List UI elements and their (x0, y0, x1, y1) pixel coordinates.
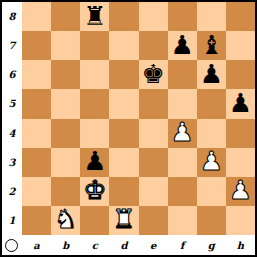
square-g3[interactable]: ♟ (197, 148, 226, 177)
square-e7[interactable] (139, 31, 168, 60)
square-f6[interactable] (168, 60, 197, 89)
piece-black-pawn: ♟ (229, 90, 252, 116)
file-label-g: g (197, 235, 226, 255)
square-f8[interactable] (168, 2, 197, 31)
square-a5[interactable] (22, 89, 51, 118)
square-c4[interactable] (80, 119, 109, 148)
piece-white-rook: ♜ (112, 206, 135, 232)
square-f2[interactable] (168, 177, 197, 206)
square-g4[interactable] (197, 119, 226, 148)
square-h4[interactable] (226, 119, 255, 148)
square-b5[interactable] (51, 89, 80, 118)
piece-black-pawn: ♟ (200, 61, 223, 87)
square-h8[interactable] (226, 2, 255, 31)
square-e4[interactable] (139, 119, 168, 148)
square-f3[interactable] (168, 148, 197, 177)
square-b7[interactable] (51, 31, 80, 60)
square-a1[interactable] (22, 206, 51, 235)
rank-label-4: 4 (2, 119, 22, 148)
rank-label-1: 1 (2, 206, 22, 235)
square-c7[interactable] (80, 31, 109, 60)
square-d6[interactable] (109, 60, 138, 89)
square-e2[interactable] (139, 177, 168, 206)
square-a3[interactable] (22, 148, 51, 177)
square-h2[interactable]: ♟ (226, 177, 255, 206)
rank-label-2: 2 (2, 177, 22, 206)
square-d8[interactable] (109, 2, 138, 31)
square-c8[interactable]: ♜ (80, 2, 109, 31)
square-d2[interactable] (109, 177, 138, 206)
piece-white-pawn: ♟ (229, 177, 252, 203)
piece-white-king: ♚ (83, 177, 106, 203)
square-g8[interactable] (197, 2, 226, 31)
square-c2[interactable]: ♚ (80, 177, 109, 206)
square-a8[interactable] (22, 2, 51, 31)
square-e6[interactable]: ♚ (139, 60, 168, 89)
square-a6[interactable] (22, 60, 51, 89)
square-e1[interactable] (139, 206, 168, 235)
square-f4[interactable]: ♟ (168, 119, 197, 148)
chess-diagram: 87654321 ♜♟♝♚♟♟♟♟♟♚♟♞♜ abcdefgh (0, 0, 257, 257)
square-b2[interactable] (51, 177, 80, 206)
square-g7[interactable]: ♝ (197, 31, 226, 60)
rank-label-5: 5 (2, 89, 22, 118)
square-f1[interactable] (168, 206, 197, 235)
square-b4[interactable] (51, 119, 80, 148)
square-d3[interactable] (109, 148, 138, 177)
piece-black-rook: ♜ (83, 3, 106, 29)
piece-white-pawn: ♟ (171, 119, 194, 145)
square-d7[interactable] (109, 31, 138, 60)
piece-white-knight: ♞ (54, 206, 77, 232)
square-c3[interactable]: ♟ (80, 148, 109, 177)
square-g1[interactable] (197, 206, 226, 235)
square-e3[interactable] (139, 148, 168, 177)
piece-black-king: ♚ (141, 61, 164, 87)
square-h7[interactable] (226, 31, 255, 60)
rank-label-8: 8 (2, 2, 22, 31)
square-c5[interactable] (80, 89, 109, 118)
square-g2[interactable] (197, 177, 226, 206)
file-label-a: a (22, 235, 51, 255)
rank-label-7: 7 (2, 31, 22, 60)
file-label-b: b (51, 235, 80, 255)
square-d4[interactable] (109, 119, 138, 148)
square-h1[interactable] (226, 206, 255, 235)
square-b8[interactable] (51, 2, 80, 31)
rank-label-6: 6 (2, 60, 22, 89)
square-g5[interactable] (197, 89, 226, 118)
rank-label-3: 3 (2, 148, 22, 177)
square-h6[interactable] (226, 60, 255, 89)
square-a7[interactable] (22, 31, 51, 60)
square-b3[interactable] (51, 148, 80, 177)
file-label-e: e (139, 235, 168, 255)
square-f7[interactable]: ♟ (168, 31, 197, 60)
file-labels: abcdefgh (22, 235, 255, 255)
rank-labels: 87654321 (2, 2, 22, 235)
square-h5[interactable]: ♟ (226, 89, 255, 118)
file-label-h: h (226, 235, 255, 255)
file-label-d: d (109, 235, 138, 255)
square-d1[interactable]: ♜ (109, 206, 138, 235)
square-a4[interactable] (22, 119, 51, 148)
square-b1[interactable]: ♞ (51, 206, 80, 235)
square-e8[interactable] (139, 2, 168, 31)
square-a2[interactable] (22, 177, 51, 206)
chess-board: ♜♟♝♚♟♟♟♟♟♚♟♞♜ (22, 2, 255, 235)
square-e5[interactable] (139, 89, 168, 118)
piece-white-pawn: ♟ (200, 148, 223, 174)
square-d5[interactable] (109, 89, 138, 118)
file-label-c: c (80, 235, 109, 255)
square-c1[interactable] (80, 206, 109, 235)
piece-black-pawn: ♟ (83, 148, 106, 174)
square-c6[interactable] (80, 60, 109, 89)
file-label-f: f (168, 235, 197, 255)
square-g6[interactable]: ♟ (197, 60, 226, 89)
square-b6[interactable] (51, 60, 80, 89)
piece-black-pawn: ♟ (171, 32, 194, 58)
square-h3[interactable] (226, 148, 255, 177)
square-f5[interactable] (168, 89, 197, 118)
white-to-move-indicator (5, 239, 18, 252)
piece-black-bishop: ♝ (200, 32, 223, 58)
